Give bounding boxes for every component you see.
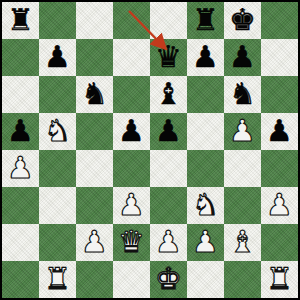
- black-bishop[interactable]: ♝: [155, 79, 182, 109]
- square-f2[interactable]: ♟: [187, 224, 224, 261]
- square-a2[interactable]: [2, 224, 39, 261]
- square-e3[interactable]: [150, 187, 187, 224]
- black-pawn[interactable]: ♟: [118, 116, 145, 146]
- square-d4[interactable]: [113, 150, 150, 187]
- white-pawn[interactable]: ♟: [266, 190, 293, 220]
- square-d5[interactable]: ♟: [113, 113, 150, 150]
- square-b7[interactable]: ♟: [39, 39, 76, 76]
- square-e8[interactable]: [150, 2, 187, 39]
- black-knight[interactable]: ♞: [81, 79, 108, 109]
- square-c1[interactable]: [76, 261, 113, 298]
- square-d8[interactable]: [113, 2, 150, 39]
- square-d6[interactable]: [113, 76, 150, 113]
- square-a8[interactable]: ♜: [2, 2, 39, 39]
- square-h5[interactable]: ♟: [261, 113, 298, 150]
- white-pawn[interactable]: ♟: [192, 227, 219, 257]
- square-e2[interactable]: ♟: [150, 224, 187, 261]
- black-pawn[interactable]: ♟: [44, 42, 71, 72]
- square-h7[interactable]: [261, 39, 298, 76]
- square-b3[interactable]: [39, 187, 76, 224]
- square-d2[interactable]: ♛: [113, 224, 150, 261]
- square-g7[interactable]: ♟: [224, 39, 261, 76]
- square-c4[interactable]: [76, 150, 113, 187]
- white-bishop[interactable]: ♝: [229, 227, 256, 257]
- square-g6[interactable]: ♞: [224, 76, 261, 113]
- square-f6[interactable]: [187, 76, 224, 113]
- square-d1[interactable]: [113, 261, 150, 298]
- square-d3[interactable]: ♟: [113, 187, 150, 224]
- square-e6[interactable]: ♝: [150, 76, 187, 113]
- square-f5[interactable]: [187, 113, 224, 150]
- square-a5[interactable]: ♟: [2, 113, 39, 150]
- white-rook[interactable]: ♜: [266, 264, 293, 294]
- square-g1[interactable]: [224, 261, 261, 298]
- square-c6[interactable]: ♞: [76, 76, 113, 113]
- black-pawn[interactable]: ♟: [7, 116, 34, 146]
- square-f3[interactable]: ♞: [187, 187, 224, 224]
- white-pawn[interactable]: ♟: [229, 116, 256, 146]
- square-a3[interactable]: [2, 187, 39, 224]
- square-g8[interactable]: ♚: [224, 2, 261, 39]
- chess-board: ♜♜♚♟♛♟♟♞♝♞♟♞♟♟♟♟♟♟♞♟♟♛♟♟♝♜♚♜: [0, 0, 300, 300]
- square-c5[interactable]: [76, 113, 113, 150]
- square-f8[interactable]: ♜: [187, 2, 224, 39]
- square-h2[interactable]: [261, 224, 298, 261]
- square-e1[interactable]: ♚: [150, 261, 187, 298]
- square-h8[interactable]: [261, 2, 298, 39]
- square-f4[interactable]: [187, 150, 224, 187]
- white-rook[interactable]: ♜: [44, 264, 71, 294]
- square-b1[interactable]: ♜: [39, 261, 76, 298]
- black-pawn[interactable]: ♟: [266, 116, 293, 146]
- black-knight[interactable]: ♞: [229, 79, 256, 109]
- square-c2[interactable]: ♟: [76, 224, 113, 261]
- square-h6[interactable]: [261, 76, 298, 113]
- white-pawn[interactable]: ♟: [7, 153, 34, 183]
- square-b6[interactable]: [39, 76, 76, 113]
- square-f1[interactable]: [187, 261, 224, 298]
- square-a1[interactable]: [2, 261, 39, 298]
- black-rook[interactable]: ♜: [192, 5, 219, 35]
- square-g2[interactable]: ♝: [224, 224, 261, 261]
- white-pawn[interactable]: ♟: [81, 227, 108, 257]
- square-a7[interactable]: [2, 39, 39, 76]
- square-f7[interactable]: ♟: [187, 39, 224, 76]
- square-a4[interactable]: ♟: [2, 150, 39, 187]
- chess-board-screenshot: ♜♜♚♟♛♟♟♞♝♞♟♞♟♟♟♟♟♟♞♟♟♛♟♟♝♜♚♜: [0, 0, 300, 300]
- square-e7[interactable]: ♛: [150, 39, 187, 76]
- square-c7[interactable]: [76, 39, 113, 76]
- square-b2[interactable]: [39, 224, 76, 261]
- black-king[interactable]: ♚: [229, 5, 256, 35]
- square-c3[interactable]: [76, 187, 113, 224]
- white-king[interactable]: ♚: [155, 264, 182, 294]
- square-b8[interactable]: [39, 2, 76, 39]
- white-pawn[interactable]: ♟: [155, 227, 182, 257]
- white-pawn[interactable]: ♟: [118, 190, 145, 220]
- square-a6[interactable]: [2, 76, 39, 113]
- black-pawn[interactable]: ♟: [155, 116, 182, 146]
- square-g4[interactable]: [224, 150, 261, 187]
- black-pawn[interactable]: ♟: [192, 42, 219, 72]
- white-queen[interactable]: ♛: [118, 227, 145, 257]
- black-rook[interactable]: ♜: [7, 5, 34, 35]
- white-knight[interactable]: ♞: [44, 116, 71, 146]
- square-g3[interactable]: [224, 187, 261, 224]
- square-d7[interactable]: [113, 39, 150, 76]
- square-e4[interactable]: [150, 150, 187, 187]
- square-h3[interactable]: ♟: [261, 187, 298, 224]
- square-c8[interactable]: [76, 2, 113, 39]
- square-e5[interactable]: ♟: [150, 113, 187, 150]
- square-h1[interactable]: ♜: [261, 261, 298, 298]
- white-knight[interactable]: ♞: [192, 190, 219, 220]
- square-h4[interactable]: [261, 150, 298, 187]
- black-queen[interactable]: ♛: [155, 42, 182, 72]
- square-b4[interactable]: [39, 150, 76, 187]
- square-b5[interactable]: ♞: [39, 113, 76, 150]
- black-pawn[interactable]: ♟: [229, 42, 256, 72]
- square-g5[interactable]: ♟: [224, 113, 261, 150]
